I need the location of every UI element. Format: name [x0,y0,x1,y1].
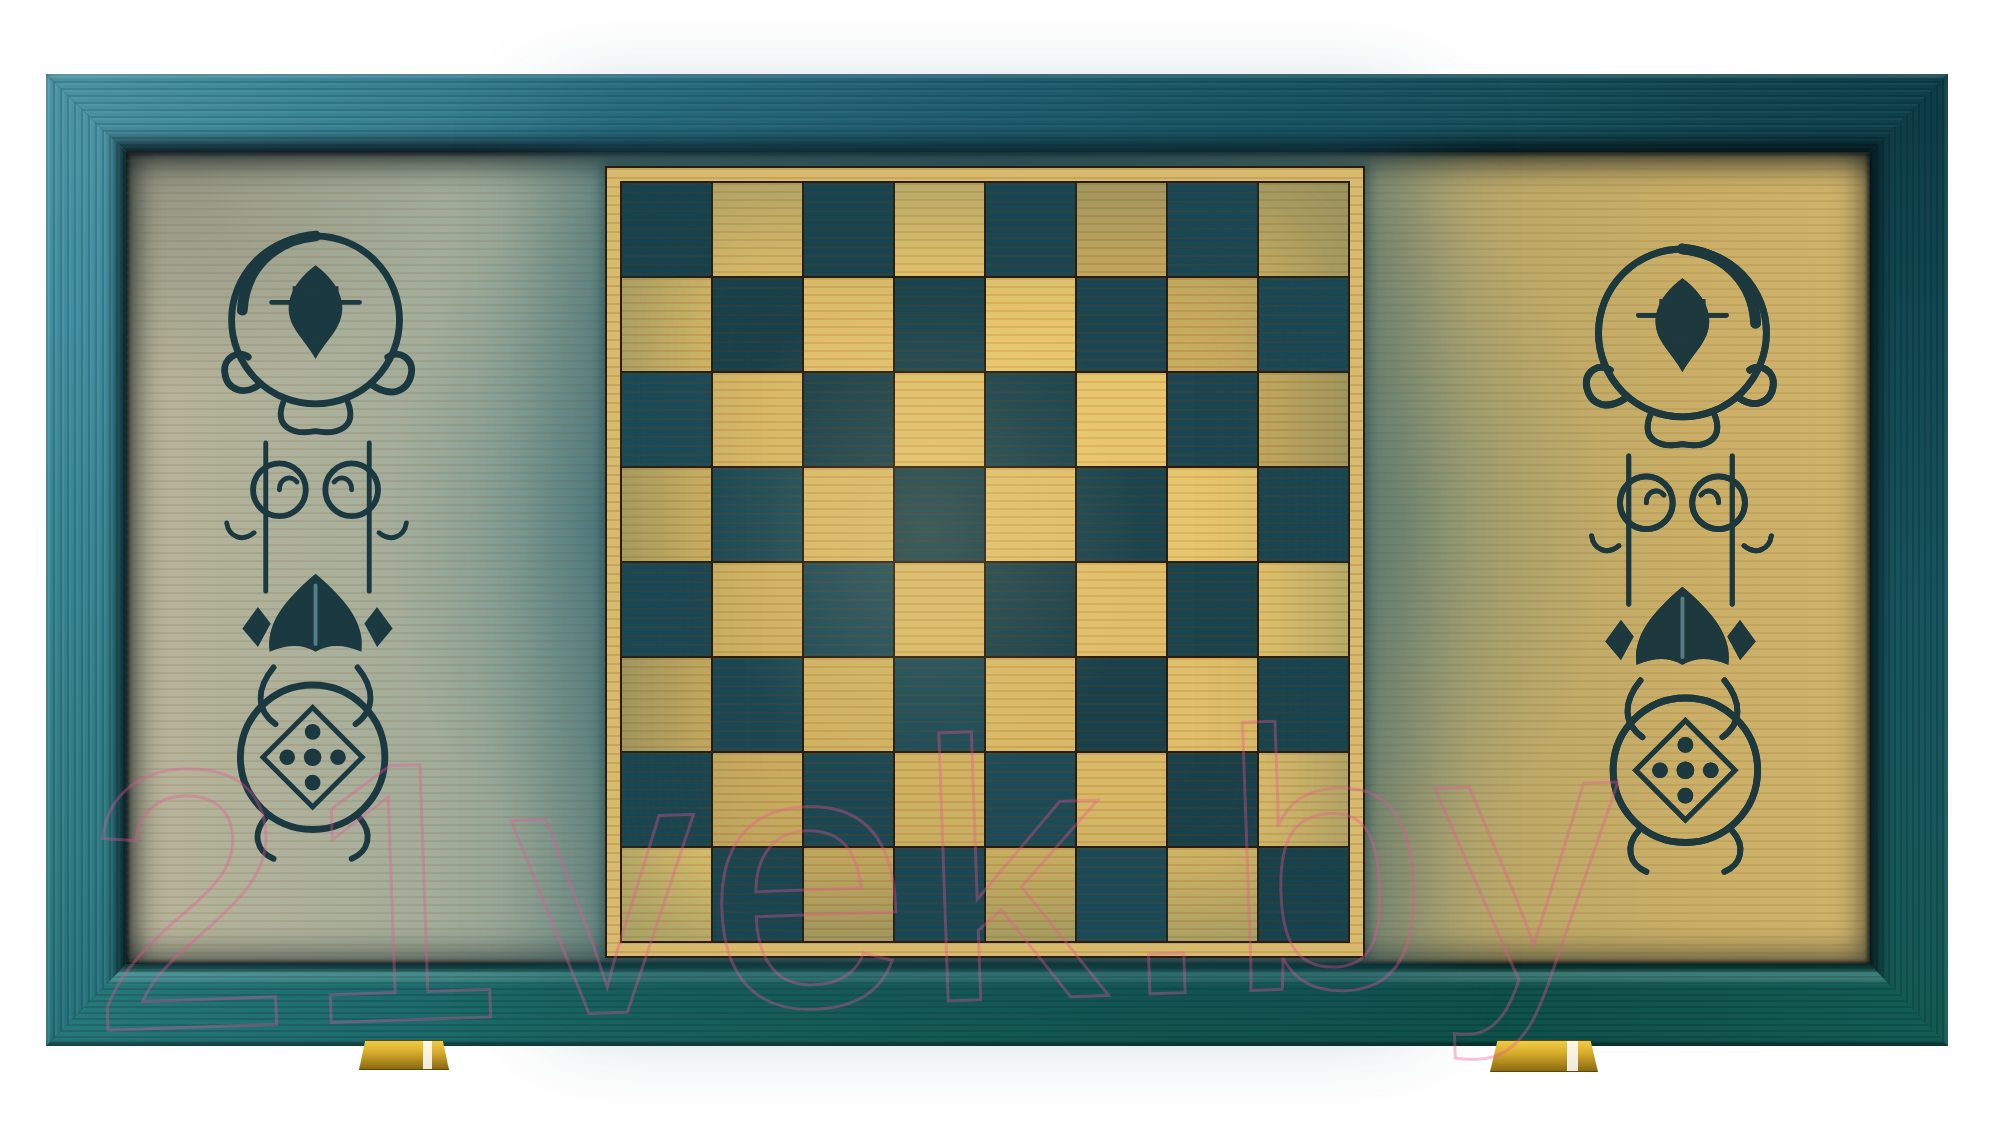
square-g5 [1168,468,1257,561]
square-d3 [895,658,984,751]
arabesque-ornament-right [1578,218,1783,893]
square-b6 [713,373,802,466]
square-e4 [986,563,1075,656]
box-frame-right [1870,74,1948,1046]
square-g7 [1168,278,1257,371]
square-h7 [1259,278,1348,371]
square-c7 [804,278,893,371]
square-h6 [1259,373,1348,466]
square-b2 [713,753,802,846]
square-c8 [804,183,893,276]
square-c1 [804,848,893,941]
square-c5 [804,468,893,561]
square-f1 [1077,848,1166,941]
square-g8 [1168,183,1257,276]
square-g4 [1168,563,1257,656]
brass-hinge-right [1490,1040,1598,1072]
square-d4 [895,563,984,656]
square-b8 [713,183,802,276]
square-f5 [1077,468,1166,561]
square-b4 [713,563,802,656]
square-d8 [895,183,984,276]
product-photo-scene: 21vek.by [0,0,2000,1125]
brass-hinge-left [359,1040,449,1070]
square-c4 [804,563,893,656]
square-h2 [1259,753,1348,846]
square-f3 [1077,658,1166,751]
box-frame-bottom [46,964,1948,1046]
square-g3 [1168,658,1257,751]
square-h5 [1259,468,1348,561]
square-c2 [804,753,893,846]
square-e2 [986,753,1075,846]
square-d6 [895,373,984,466]
square-f6 [1077,373,1166,466]
square-a7 [622,278,711,371]
chess-board-squares [620,181,1350,943]
square-h1 [1259,848,1348,941]
square-b7 [713,278,802,371]
box-frame-left [46,74,126,1046]
square-h4 [1259,563,1348,656]
square-a2 [622,753,711,846]
square-d2 [895,753,984,846]
square-e1 [986,848,1075,941]
square-e3 [986,658,1075,751]
chess-board [605,166,1365,958]
square-d5 [895,468,984,561]
square-a3 [622,658,711,751]
square-g2 [1168,753,1257,846]
square-b5 [713,468,802,561]
square-h8 [1259,183,1348,276]
square-f4 [1077,563,1166,656]
square-f8 [1077,183,1166,276]
square-a1 [622,848,711,941]
square-e8 [986,183,1075,276]
square-e5 [986,468,1075,561]
square-f2 [1077,753,1166,846]
square-a5 [622,468,711,561]
square-g6 [1168,373,1257,466]
square-f7 [1077,278,1166,371]
arabesque-ornament-left [215,205,420,880]
square-a6 [622,373,711,466]
square-e7 [986,278,1075,371]
square-d1 [895,848,984,941]
box-frame-top [46,74,1948,152]
square-a8 [622,183,711,276]
square-a4 [622,563,711,656]
square-b1 [713,848,802,941]
square-c6 [804,373,893,466]
square-h3 [1259,658,1348,751]
square-b3 [713,658,802,751]
square-e6 [986,373,1075,466]
square-g1 [1168,848,1257,941]
square-c3 [804,658,893,751]
square-d7 [895,278,984,371]
